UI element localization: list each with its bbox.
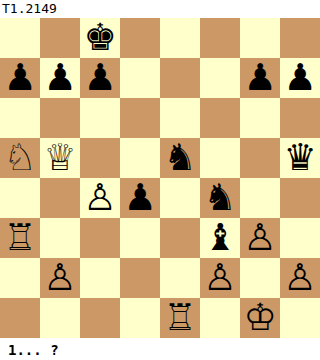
square-a6[interactable] (0, 98, 40, 138)
square-e8[interactable] (160, 18, 200, 58)
piece-black-pawn: ♟ (3, 58, 36, 98)
square-e6[interactable] (160, 98, 200, 138)
square-b6[interactable] (40, 98, 80, 138)
piece-black-pawn: ♟ (283, 58, 316, 98)
square-c1[interactable] (80, 298, 120, 338)
square-f8[interactable] (200, 18, 240, 58)
square-d5[interactable] (120, 138, 160, 178)
piece-white-pawn: ♙ (83, 178, 116, 218)
piece-white-rook: ♖ (163, 298, 196, 338)
square-b7[interactable]: ♟ (40, 58, 80, 98)
square-g5[interactable] (240, 138, 280, 178)
piece-white-pawn: ♙ (43, 258, 76, 298)
square-h3[interactable] (280, 218, 320, 258)
square-c3[interactable] (80, 218, 120, 258)
piece-white-pawn: ♙ (243, 218, 276, 258)
square-h7[interactable]: ♟ (280, 58, 320, 98)
square-a7[interactable]: ♟ (0, 58, 40, 98)
square-g3[interactable]: ♙ (240, 218, 280, 258)
square-c7[interactable]: ♟ (80, 58, 120, 98)
square-f1[interactable] (200, 298, 240, 338)
square-e2[interactable] (160, 258, 200, 298)
piece-black-knight: ♞ (203, 178, 236, 218)
piece-black-queen: ♛ (283, 138, 316, 178)
square-h6[interactable] (280, 98, 320, 138)
piece-black-pawn: ♟ (83, 58, 116, 98)
square-h4[interactable] (280, 178, 320, 218)
square-d1[interactable] (120, 298, 160, 338)
piece-black-bishop: ♝ (203, 218, 236, 258)
piece-black-pawn: ♟ (123, 178, 156, 218)
piece-white-pawn: ♙ (283, 258, 316, 298)
square-h1[interactable] (280, 298, 320, 338)
square-e4[interactable] (160, 178, 200, 218)
square-b2[interactable]: ♙ (40, 258, 80, 298)
chess-board: ♚♟♟♟♟♟♘♕♞♛♙♟♞♖♝♙♙♙♙♖♔ (0, 18, 320, 338)
square-b3[interactable] (40, 218, 80, 258)
piece-black-pawn: ♟ (43, 58, 76, 98)
square-f6[interactable] (200, 98, 240, 138)
square-f2[interactable]: ♙ (200, 258, 240, 298)
square-d8[interactable] (120, 18, 160, 58)
square-b5[interactable]: ♕ (40, 138, 80, 178)
piece-black-king: ♚ (83, 18, 116, 58)
square-g8[interactable] (240, 18, 280, 58)
square-g7[interactable]: ♟ (240, 58, 280, 98)
square-d3[interactable] (120, 218, 160, 258)
square-f7[interactable] (200, 58, 240, 98)
square-b8[interactable] (40, 18, 80, 58)
square-d4[interactable]: ♟ (120, 178, 160, 218)
square-a1[interactable] (0, 298, 40, 338)
puzzle-id: T1.2149 (0, 0, 320, 18)
square-d2[interactable] (120, 258, 160, 298)
square-c8[interactable]: ♚ (80, 18, 120, 58)
piece-white-king: ♔ (243, 298, 276, 338)
square-c2[interactable] (80, 258, 120, 298)
piece-white-queen: ♕ (43, 138, 76, 178)
square-e3[interactable] (160, 218, 200, 258)
move-prompt: 1... ? (0, 338, 320, 360)
square-b4[interactable] (40, 178, 80, 218)
square-g4[interactable] (240, 178, 280, 218)
square-h8[interactable] (280, 18, 320, 58)
square-a4[interactable] (0, 178, 40, 218)
square-a2[interactable] (0, 258, 40, 298)
square-a3[interactable]: ♖ (0, 218, 40, 258)
square-g2[interactable] (240, 258, 280, 298)
square-e1[interactable]: ♖ (160, 298, 200, 338)
square-g6[interactable] (240, 98, 280, 138)
square-c4[interactable]: ♙ (80, 178, 120, 218)
square-e5[interactable]: ♞ (160, 138, 200, 178)
square-c5[interactable] (80, 138, 120, 178)
square-a8[interactable] (0, 18, 40, 58)
square-d6[interactable] (120, 98, 160, 138)
square-g1[interactable]: ♔ (240, 298, 280, 338)
square-f4[interactable]: ♞ (200, 178, 240, 218)
piece-black-pawn: ♟ (243, 58, 276, 98)
square-f3[interactable]: ♝ (200, 218, 240, 258)
square-b1[interactable] (40, 298, 80, 338)
piece-white-rook: ♖ (3, 218, 36, 258)
square-e7[interactable] (160, 58, 200, 98)
square-h2[interactable]: ♙ (280, 258, 320, 298)
square-h5[interactable]: ♛ (280, 138, 320, 178)
square-d7[interactable] (120, 58, 160, 98)
piece-white-knight: ♘ (3, 138, 36, 178)
square-f5[interactable] (200, 138, 240, 178)
piece-black-knight: ♞ (163, 138, 196, 178)
square-c6[interactable] (80, 98, 120, 138)
piece-white-pawn: ♙ (203, 258, 236, 298)
square-a5[interactable]: ♘ (0, 138, 40, 178)
